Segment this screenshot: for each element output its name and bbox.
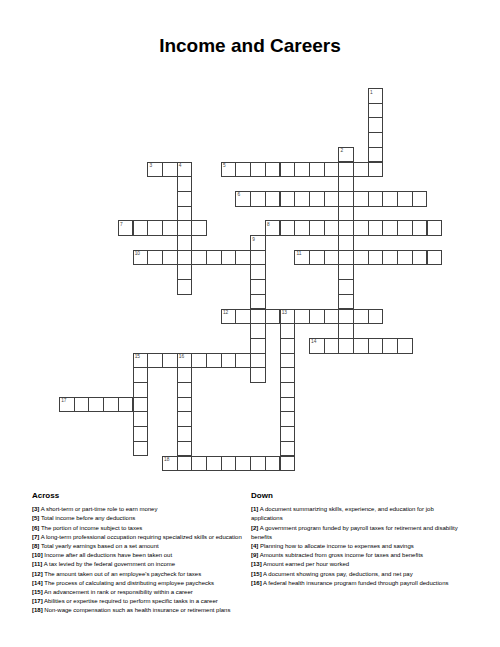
grid-cell-r11c5[interactable]: 10 [133, 250, 149, 266]
grid-cell-r17c21[interactable] [368, 338, 384, 354]
grid-cell-r7c13[interactable] [250, 191, 266, 207]
clue-number-label: [15] [251, 571, 262, 577]
clue-across-5: [5] Total income before any deductions [32, 514, 244, 523]
grid-cell-r25c15[interactable] [280, 456, 296, 472]
grid-cell-r12c13[interactable] [250, 264, 266, 280]
grid-cell-r11c11[interactable] [221, 250, 237, 266]
grid-cell-r24c8[interactable] [177, 441, 193, 457]
grid-cell-r5c11[interactable]: 5 [221, 162, 237, 178]
grid-cell-r18c15[interactable] [280, 353, 296, 369]
cell-number-15: 15 [135, 354, 140, 359]
clue-number-label: [8] [32, 543, 39, 549]
down-clues-section: Down [1] A document summarizing skills, … [251, 491, 465, 588]
cell-number-5: 5 [223, 163, 226, 168]
grid-cell-r6c8[interactable] [177, 176, 193, 192]
grid-cell-r7c19[interactable] [338, 191, 354, 207]
grid-cell-r15c11[interactable]: 12 [221, 309, 237, 325]
grid-cell-r18c5[interactable]: 15 [133, 353, 149, 369]
grid-cell-r7c18[interactable] [324, 191, 340, 207]
grid-cell-r11c25[interactable] [427, 250, 443, 266]
grid-cell-r17c20[interactable] [353, 338, 369, 354]
grid-cell-r11c6[interactable] [147, 250, 163, 266]
grid-cell-r25c13[interactable] [250, 456, 266, 472]
grid-cell-r19c5[interactable] [133, 367, 149, 383]
clue-number-label: [16] [251, 580, 262, 586]
clue-number-label: [7] [32, 534, 39, 540]
clue-number-label: [15] [32, 589, 43, 595]
grid-cell-r11c21[interactable] [368, 250, 384, 266]
grid-cell-r24c15[interactable] [280, 441, 296, 457]
cell-number-7: 7 [120, 222, 123, 227]
grid-cell-r6c19[interactable] [338, 176, 354, 192]
grid-cell-r9c7[interactable] [162, 220, 178, 236]
clue-number-label: [14] [32, 580, 43, 586]
clue-across-8: [8] Total yearly earnings based on a set… [32, 542, 244, 551]
grid-cell-r7c12[interactable]: 6 [235, 191, 251, 207]
grid-cell-r11c16[interactable]: 11 [294, 250, 310, 266]
grid-cell-r18c8[interactable]: 16 [177, 353, 193, 369]
grid-cell-r11c12[interactable] [235, 250, 251, 266]
grid-cell-r15c15[interactable]: 13 [280, 309, 296, 325]
grid-cell-r5c15[interactable] [280, 162, 296, 178]
grid-cell-r9c20[interactable] [353, 220, 369, 236]
clue-number-label: [17] [32, 598, 43, 604]
clue-number-label: [12] [32, 571, 43, 577]
clue-number-label: [1] [251, 506, 258, 512]
grid-cell-r9c16[interactable] [294, 220, 310, 236]
grid-cell-r12c8[interactable] [177, 264, 193, 280]
grid-cell-r22c5[interactable] [133, 411, 149, 427]
clue-number-label: [6] [32, 525, 39, 531]
grid-cell-r7c17[interactable] [309, 191, 325, 207]
grid-cell-r17c15[interactable] [280, 338, 296, 354]
clue-number-label: [18] [32, 607, 43, 613]
grid-cell-r11c22[interactable] [382, 250, 398, 266]
grid-cell-r11c20[interactable] [353, 250, 369, 266]
grid-cell-r21c2[interactable] [88, 397, 104, 413]
grid-cell-r9c9[interactable] [191, 220, 207, 236]
grid-cell-r22c15[interactable] [280, 411, 296, 427]
grid-cell-r10c19[interactable] [338, 235, 354, 251]
grid-cell-r21c8[interactable] [177, 397, 193, 413]
grid-cell-r9c25[interactable] [427, 220, 443, 236]
grid-cell-r7c16[interactable] [294, 191, 310, 207]
cell-number-10: 10 [135, 251, 140, 256]
grid-cell-r18c12[interactable] [235, 353, 251, 369]
grid-cell-r17c13[interactable] [250, 338, 266, 354]
grid-cell-r15c20[interactable] [353, 309, 369, 325]
grid-cell-r21c5[interactable] [133, 397, 149, 413]
grid-cell-r5c14[interactable] [265, 162, 281, 178]
grid-cell-r20c8[interactable] [177, 382, 193, 398]
grid-cell-r11c23[interactable] [397, 250, 413, 266]
clue-across-18: [18] Non-wage compensation such as healt… [32, 606, 244, 615]
cell-number-16: 16 [179, 354, 184, 359]
cell-number-11: 11 [296, 251, 301, 256]
grid-cell-r18c6[interactable] [147, 353, 163, 369]
grid-cell-r18c10[interactable] [206, 353, 222, 369]
grid-cell-r5c21[interactable] [368, 162, 384, 178]
clue-across-11: [11] A tax levied by the federal governm… [32, 560, 244, 569]
across-header: Across [32, 491, 244, 500]
grid-cell-r24c5[interactable] [133, 441, 149, 457]
cell-number-3: 3 [149, 163, 152, 168]
grid-cell-r17c22[interactable] [382, 338, 398, 354]
grid-cell-r21c15[interactable] [280, 397, 296, 413]
grid-cell-r5c8[interactable]: 4 [177, 162, 193, 178]
grid-cell-r11c13[interactable] [250, 250, 266, 266]
cell-number-13: 13 [282, 310, 287, 315]
grid-cell-r7c20[interactable] [353, 191, 369, 207]
clue-down-16: [16] A federal health insurance program … [251, 579, 465, 588]
grid-cell-r16c15[interactable] [280, 323, 296, 339]
grid-cell-r15c13[interactable] [250, 309, 266, 325]
clue-down-1: [1] A document summarizing skills, exper… [251, 505, 465, 523]
grid-cell-r9c6[interactable] [147, 220, 163, 236]
clue-across-7: [7] A long-term professional occupation … [32, 533, 244, 542]
grid-cell-r25c10[interactable] [206, 456, 222, 472]
grid-cell-r14c13[interactable] [250, 294, 266, 310]
clue-down-15: [15] A document showing gross pay, deduc… [251, 570, 465, 579]
grid-cell-r15c19[interactable] [338, 309, 354, 325]
grid-cell-r25c11[interactable] [221, 456, 237, 472]
clue-number-label: [5] [32, 515, 39, 521]
grid-cell-r15c17[interactable] [309, 309, 325, 325]
grid-cell-r0c21[interactable]: 1 [368, 88, 384, 104]
grid-cell-r25c7[interactable]: 18 [162, 456, 178, 472]
grid-cell-r8c8[interactable] [177, 206, 193, 222]
grid-cell-r16c13[interactable] [250, 323, 266, 339]
page-title: Income and Careers [0, 35, 500, 57]
grid-cell-r15c14[interactable] [265, 309, 281, 325]
clue-across-6: [6] The portion of income subject to tax… [32, 524, 244, 533]
cell-number-4: 4 [179, 163, 182, 168]
grid-cell-r7c8[interactable] [177, 191, 193, 207]
grid-cell-r15c16[interactable] [294, 309, 310, 325]
clue-number-label: [13] [251, 561, 262, 567]
cell-number-14: 14 [311, 339, 316, 344]
grid-cell-r17c17[interactable]: 14 [309, 338, 325, 354]
across-clues-section: Across [3] A short-term or part-time rol… [32, 491, 244, 616]
grid-cell-r25c12[interactable] [235, 456, 251, 472]
clue-number-label: [3] [32, 506, 39, 512]
grid-cell-r25c14[interactable] [265, 456, 281, 472]
grid-cell-r1c21[interactable] [368, 103, 384, 119]
grid-cell-r11c8[interactable] [177, 250, 193, 266]
grid-cell-r5c7[interactable] [162, 162, 178, 178]
grid-cell-r9c14[interactable]: 8 [265, 220, 281, 236]
clue-down-9: [9] Amounts subtracted from gross income… [251, 551, 465, 560]
down-header: Down [251, 491, 465, 500]
clue-across-14: [14] The process of calculating and dist… [32, 579, 244, 588]
clue-number-label: [4] [251, 543, 258, 549]
grid-cell-r5c16[interactable] [294, 162, 310, 178]
grid-cell-r19c13[interactable] [250, 367, 266, 383]
grid-cell-r21c4[interactable] [118, 397, 134, 413]
grid-cell-r13c19[interactable] [338, 279, 354, 295]
grid-cell-r9c8[interactable] [177, 220, 193, 236]
clue-across-3: [3] A short-term or part-time role to ea… [32, 505, 244, 514]
clue-down-4: [4] Planning how to allocate income to e… [251, 542, 465, 551]
grid-cell-r5c18[interactable] [324, 162, 340, 178]
grid-cell-r7c24[interactable] [412, 191, 428, 207]
grid-cell-r21c1[interactable] [74, 397, 90, 413]
grid-cell-r5c20[interactable] [353, 162, 369, 178]
cell-number-12: 12 [223, 310, 228, 315]
grid-cell-r23c15[interactable] [280, 426, 296, 442]
cell-number-17: 17 [61, 398, 66, 403]
grid-cell-r16c19[interactable] [338, 323, 354, 339]
grid-cell-r13c13[interactable] [250, 279, 266, 295]
grid-cell-r5c13[interactable] [250, 162, 266, 178]
grid-cell-r7c15[interactable] [280, 191, 296, 207]
grid-cell-r9c19[interactable] [338, 220, 354, 236]
grid-cell-r4c19[interactable]: 2 [338, 147, 354, 163]
grid-cell-r7c23[interactable] [397, 191, 413, 207]
grid-cell-r15c18[interactable] [324, 309, 340, 325]
clue-down-2: [2] A government program funded by payro… [251, 524, 465, 542]
grid-cell-r13c8[interactable] [177, 279, 193, 295]
clue-across-17: [17] Abilities or expertise required to … [32, 597, 244, 606]
grid-cell-r20c15[interactable] [280, 382, 296, 398]
grid-cell-r10c13[interactable]: 9 [250, 235, 266, 251]
grid-cell-r18c7[interactable] [162, 353, 178, 369]
grid-cell-r12c19[interactable] [338, 264, 354, 280]
grid-cell-r5c6[interactable]: 3 [147, 162, 163, 178]
cell-number-9: 9 [252, 237, 255, 242]
grid-cell-r17c18[interactable] [324, 338, 340, 354]
grid-cell-r25c8[interactable] [177, 456, 193, 472]
grid-cell-r11c19[interactable] [338, 250, 354, 266]
clue-number-label: [2] [251, 525, 258, 531]
grid-cell-r11c10[interactable] [206, 250, 222, 266]
grid-cell-r9c4[interactable]: 7 [118, 220, 134, 236]
grid-cell-r9c5[interactable] [133, 220, 149, 236]
grid-cell-r15c12[interactable] [235, 309, 251, 325]
clue-across-10: [10] Income after all deductions have be… [32, 551, 244, 560]
clue-down-13: [13] Amount earned per hour worked [251, 560, 465, 569]
cell-number-18: 18 [164, 457, 169, 462]
grid-cell-r17c19[interactable] [338, 338, 354, 354]
grid-cell-r23c8[interactable] [177, 426, 193, 442]
clue-across-12: [12] The amount taken out of an employee… [32, 570, 244, 579]
grid-cell-r10c8[interactable] [177, 235, 193, 251]
grid-cell-r18c9[interactable] [191, 353, 207, 369]
grid-cell-r18c11[interactable] [221, 353, 237, 369]
cell-number-1: 1 [370, 90, 373, 95]
grid-cell-r23c5[interactable] [133, 426, 149, 442]
grid-cell-r14c19[interactable] [338, 294, 354, 310]
grid-cell-r11c7[interactable] [162, 250, 178, 266]
grid-cell-r22c8[interactable] [177, 411, 193, 427]
grid-cell-r21c3[interactable] [103, 397, 119, 413]
cell-number-6: 6 [238, 192, 241, 197]
grid-cell-r19c15[interactable] [280, 367, 296, 383]
grid-cell-r2c21[interactable] [368, 117, 384, 133]
grid-cell-r9c22[interactable] [382, 220, 398, 236]
grid-cell-r9c23[interactable] [397, 220, 413, 236]
grid-cell-r11c17[interactable] [309, 250, 325, 266]
clue-across-15: [15] An advancement in rank or responsib… [32, 588, 244, 597]
clue-number-label: [11] [32, 561, 42, 567]
grid-cell-r19c8[interactable] [177, 367, 193, 383]
grid-cell-r20c5[interactable] [133, 382, 149, 398]
clue-number-label: [9] [251, 552, 258, 558]
grid-cell-r3c21[interactable] [368, 132, 384, 148]
grid-cell-r15c21[interactable] [368, 309, 384, 325]
grid-cell-r21c0[interactable]: 17 [59, 397, 75, 413]
grid-cell-r5c19[interactable] [338, 162, 354, 178]
grid-cell-r17c23[interactable] [397, 338, 413, 354]
grid-cell-r9c15[interactable] [280, 220, 296, 236]
grid-cell-r9c21[interactable] [368, 220, 384, 236]
grid-cell-r11c24[interactable] [412, 250, 428, 266]
grid-cell-r11c9[interactable] [191, 250, 207, 266]
grid-cell-r11c18[interactable] [324, 250, 340, 266]
cell-number-2: 2 [340, 148, 343, 153]
grid-cell-r9c17[interactable] [309, 220, 325, 236]
grid-cell-r9c18[interactable] [324, 220, 340, 236]
crossword-grid: 123456789101112131415161718 [59, 88, 442, 471]
grid-cell-r5c17[interactable] [309, 162, 325, 178]
cell-number-8: 8 [267, 222, 270, 227]
grid-cell-r7c21[interactable] [368, 191, 384, 207]
grid-cell-r25c9[interactable] [191, 456, 207, 472]
grid-cell-r9c24[interactable] [412, 220, 428, 236]
clue-number-label: [10] [32, 552, 43, 558]
grid-cell-r7c22[interactable] [382, 191, 398, 207]
grid-cell-r4c21[interactable] [368, 147, 384, 163]
grid-cell-r8c19[interactable] [338, 206, 354, 222]
grid-cell-r7c14[interactable] [265, 191, 281, 207]
grid-cell-r5c12[interactable] [235, 162, 251, 178]
grid-cell-r18c13[interactable] [250, 353, 266, 369]
